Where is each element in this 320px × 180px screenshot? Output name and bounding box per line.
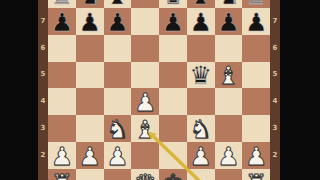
- black-pawn-h7: ♟: [242, 8, 270, 35]
- square-c4[interactable]: [104, 88, 132, 115]
- black-pawn-g7: ♟: [215, 8, 243, 35]
- square-a1[interactable]: ♜: [48, 169, 76, 180]
- square-h3[interactable]: [242, 115, 270, 142]
- square-f6[interactable]: [187, 35, 215, 62]
- white-rook-h1: ♜: [242, 169, 270, 180]
- square-h6[interactable]: [242, 35, 270, 62]
- white-bishop-g5: ♝: [215, 62, 243, 89]
- square-d7[interactable]: [131, 8, 159, 35]
- rank-label-left-2: 2: [38, 151, 48, 160]
- square-f3[interactable]: ♞: [187, 115, 215, 142]
- square-f5[interactable]: ♛: [187, 62, 215, 89]
- square-b5[interactable]: [76, 62, 104, 89]
- square-c3[interactable]: ♞: [104, 115, 132, 142]
- white-bishop-d3: ♝: [131, 116, 159, 143]
- square-b2[interactable]: ♟: [76, 142, 104, 169]
- white-knight-c3: ♞: [104, 116, 132, 143]
- rank-label-right-4: 4: [270, 97, 280, 106]
- square-g7[interactable]: ♟: [215, 8, 243, 35]
- square-a6[interactable]: [48, 35, 76, 62]
- square-h4[interactable]: [242, 88, 270, 115]
- square-e2[interactable]: [159, 142, 187, 169]
- square-a3[interactable]: [48, 115, 76, 142]
- square-c8[interactable]: ♝: [104, 0, 132, 8]
- square-c2[interactable]: ♟: [104, 142, 132, 169]
- square-b6[interactable]: [76, 35, 104, 62]
- square-g8[interactable]: ♞: [215, 0, 243, 8]
- square-e6[interactable]: [159, 35, 187, 62]
- white-pawn-b2: ♟: [76, 142, 104, 169]
- rank-label-left-6: 6: [38, 44, 48, 53]
- square-g1[interactable]: [215, 169, 243, 180]
- square-f8[interactable]: ♝: [187, 0, 215, 8]
- square-f2[interactable]: ♟: [187, 142, 215, 169]
- square-e7[interactable]: ♟: [159, 8, 187, 35]
- square-c6[interactable]: [104, 35, 132, 62]
- letterbox-left: [0, 0, 38, 180]
- square-h1[interactable]: ♜: [242, 169, 270, 180]
- white-pawn-d4: ♟: [131, 89, 159, 116]
- square-b3[interactable]: [76, 115, 104, 142]
- square-f4[interactable]: [187, 88, 215, 115]
- square-c5[interactable]: [104, 62, 132, 89]
- rank-label-right-3: 3: [270, 124, 280, 133]
- rank-label-right-5: 5: [270, 70, 280, 79]
- square-g5[interactable]: ♝: [215, 62, 243, 89]
- rank-label-right-6: 6: [270, 44, 280, 53]
- square-d4[interactable]: ♟: [131, 88, 159, 115]
- square-e4[interactable]: [159, 88, 187, 115]
- white-pawn-h2: ♟: [242, 142, 270, 169]
- rank-label-left-4: 4: [38, 97, 48, 106]
- white-queen-d1: ♛: [131, 169, 159, 180]
- square-d5[interactable]: [131, 62, 159, 89]
- square-d2[interactable]: [131, 142, 159, 169]
- white-knight-f3: ♞: [187, 116, 215, 143]
- rank-label-left-3: 3: [38, 124, 48, 133]
- square-b4[interactable]: [76, 88, 104, 115]
- rank-label-right-2: 2: [270, 151, 280, 160]
- video-frame: ♜♞♝♚♝♞♜♟♟♟♟♟♟♟♛♝♟♞♝♞♟♟♟♟♟♟♜♛♚♜ 776655443…: [0, 0, 320, 180]
- square-g6[interactable]: [215, 35, 243, 62]
- square-a7[interactable]: ♟: [48, 8, 76, 35]
- square-b7[interactable]: ♟: [76, 8, 104, 35]
- white-rook-a1: ♜: [48, 169, 76, 180]
- rank-label-left-7: 7: [38, 17, 48, 26]
- letterbox-right: [280, 0, 320, 180]
- square-c1[interactable]: [104, 169, 132, 180]
- black-pawn-e7: ♟: [159, 8, 187, 35]
- white-pawn-a2: ♟: [48, 142, 76, 169]
- black-pawn-f7: ♟: [187, 8, 215, 35]
- square-a8[interactable]: ♜: [48, 0, 76, 8]
- white-pawn-f2: ♟: [187, 142, 215, 169]
- square-e3[interactable]: [159, 115, 187, 142]
- square-a5[interactable]: [48, 62, 76, 89]
- square-b8[interactable]: ♞: [76, 0, 104, 8]
- square-c7[interactable]: ♟: [104, 8, 132, 35]
- chessboard: ♜♞♝♚♝♞♜♟♟♟♟♟♟♟♛♝♟♞♝♞♟♟♟♟♟♟♜♛♚♜: [48, 0, 270, 180]
- square-a4[interactable]: [48, 88, 76, 115]
- square-h8[interactable]: ♜: [242, 0, 270, 8]
- black-pawn-c7: ♟: [104, 8, 132, 35]
- square-e1[interactable]: ♚: [159, 169, 187, 180]
- black-pawn-a7: ♟: [48, 8, 76, 35]
- white-king-e1: ♚: [159, 169, 187, 180]
- square-e8[interactable]: ♚: [159, 0, 187, 8]
- square-f7[interactable]: ♟: [187, 8, 215, 35]
- square-d1[interactable]: ♛: [131, 169, 159, 180]
- square-g4[interactable]: [215, 88, 243, 115]
- square-h7[interactable]: ♟: [242, 8, 270, 35]
- square-h2[interactable]: ♟: [242, 142, 270, 169]
- white-pawn-c2: ♟: [104, 142, 132, 169]
- square-a2[interactable]: ♟: [48, 142, 76, 169]
- black-pawn-b7: ♟: [76, 8, 104, 35]
- square-f1[interactable]: [187, 169, 215, 180]
- square-h5[interactable]: [242, 62, 270, 89]
- square-g2[interactable]: ♟: [215, 142, 243, 169]
- square-d6[interactable]: [131, 35, 159, 62]
- square-d8[interactable]: [131, 0, 159, 8]
- square-b1[interactable]: [76, 169, 104, 180]
- rank-label-left-5: 5: [38, 70, 48, 79]
- rank-label-right-7: 7: [270, 17, 280, 26]
- square-e5[interactable]: [159, 62, 187, 89]
- black-queen-f5: ♛: [187, 62, 215, 89]
- square-g3[interactable]: [215, 115, 243, 142]
- white-pawn-g2: ♟: [215, 142, 243, 169]
- square-d3[interactable]: ♝: [131, 115, 159, 142]
